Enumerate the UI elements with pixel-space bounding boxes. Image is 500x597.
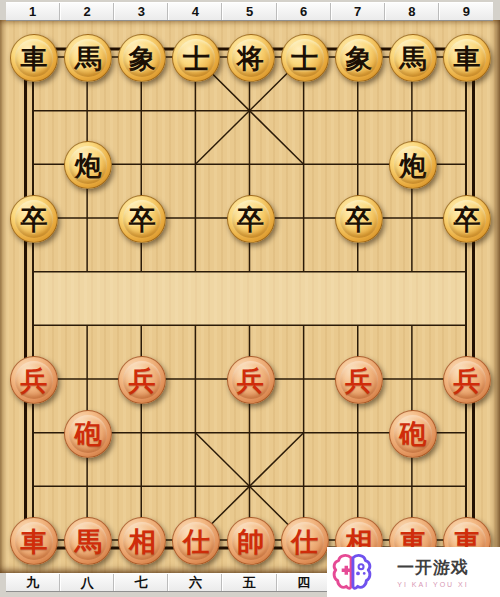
watermark-text: 一开游戏 YI KAI YOU XI	[397, 556, 469, 588]
coord-label: 9	[439, 3, 493, 20]
piece-black-f7-r1[interactable]: 象	[335, 34, 383, 82]
coord-label: 6	[277, 3, 331, 20]
piece-black-f1-r1[interactable]: 車	[10, 34, 58, 82]
piece-red-f5-r10[interactable]: 帥	[227, 517, 275, 565]
coord-label: 七	[114, 574, 168, 591]
file-numbers-top: 123456789	[6, 2, 493, 21]
coord-label: 8	[385, 3, 439, 20]
coord-label: 八	[60, 574, 114, 591]
coord-label: 5	[222, 3, 276, 20]
piece-red-f3-r7[interactable]: 兵	[118, 356, 166, 404]
watermark-logo: 一开游戏 YI KAI YOU XI	[327, 547, 500, 597]
xiangqi-app: 123456789 車馬象士将士象馬車炮炮卒卒卒卒卒兵兵兵兵兵砲砲車馬相仕帥仕相…	[0, 0, 500, 597]
piece-black-f2-r1[interactable]: 馬	[64, 34, 112, 82]
xiangqi-board[interactable]: 車馬象士将士象馬車炮炮卒卒卒卒卒兵兵兵兵兵砲砲車馬相仕帥仕相車車	[0, 20, 500, 573]
piece-black-f5-r4[interactable]: 卒	[227, 195, 275, 243]
coord-label: 九	[6, 574, 60, 591]
coord-label: 2	[60, 3, 114, 20]
piece-black-f5-r1[interactable]: 将	[227, 34, 275, 82]
piece-black-f7-r4[interactable]: 卒	[335, 195, 383, 243]
piece-red-f6-r10[interactable]: 仕	[281, 517, 329, 565]
piece-black-f3-r1[interactable]: 象	[118, 34, 166, 82]
board-grid-lines	[0, 20, 500, 573]
piece-red-f1-r10[interactable]: 車	[10, 517, 58, 565]
piece-black-f9-r4[interactable]: 卒	[443, 195, 491, 243]
coord-label: 7	[331, 3, 385, 20]
piece-black-f1-r4[interactable]: 卒	[10, 195, 58, 243]
piece-black-f6-r1[interactable]: 士	[281, 34, 329, 82]
piece-red-f8-r8[interactable]: 砲	[389, 410, 437, 458]
piece-red-f1-r7[interactable]: 兵	[10, 356, 58, 404]
piece-red-f2-r10[interactable]: 馬	[64, 517, 112, 565]
coord-label: 五	[222, 574, 276, 591]
coord-label: 四	[277, 574, 331, 591]
piece-black-f9-r1[interactable]: 車	[443, 34, 491, 82]
piece-black-f8-r3[interactable]: 炮	[389, 141, 437, 189]
brain-gamepad-icon	[331, 551, 373, 593]
coord-label: 3	[114, 3, 168, 20]
piece-red-f2-r8[interactable]: 砲	[64, 410, 112, 458]
piece-red-f3-r10[interactable]: 相	[118, 517, 166, 565]
piece-red-f9-r7[interactable]: 兵	[443, 356, 491, 404]
piece-red-f5-r7[interactable]: 兵	[227, 356, 275, 404]
coord-label: 六	[168, 574, 222, 591]
piece-red-f7-r7[interactable]: 兵	[335, 356, 383, 404]
watermark-title: 一开游戏	[397, 556, 469, 579]
coord-label: 1	[6, 3, 60, 20]
coord-label: 4	[168, 3, 222, 20]
watermark-subtitle: YI KAI YOU XI	[397, 581, 468, 588]
piece-black-f3-r4[interactable]: 卒	[118, 195, 166, 243]
piece-black-f8-r1[interactable]: 馬	[389, 34, 437, 82]
